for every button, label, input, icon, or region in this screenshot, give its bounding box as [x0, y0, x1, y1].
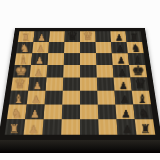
square-h6 [95, 31, 111, 42]
square-e6 [96, 65, 113, 77]
square-g6 [96, 42, 112, 53]
square-g8: ♞ [127, 42, 144, 53]
square-h2: ♟ [33, 31, 49, 42]
square-f4 [64, 53, 80, 65]
square-h5: ♛ [80, 31, 96, 42]
square-f3 [47, 53, 64, 65]
square-b6 [98, 105, 117, 120]
chessboard-frame: ♜♟♛♛♟♜♞♟♟♞♝♟♟♝♚♟♟♚♛♟♟♛♝♟♟♝♞♟♟♞♜♟♟♜ [0, 28, 160, 140]
square-a2: ♟ [24, 119, 44, 135]
square-d5 [80, 78, 97, 91]
square-d2: ♟ [28, 78, 46, 91]
square-b3 [43, 105, 62, 120]
square-g3 [48, 42, 64, 53]
board-front-edge [0, 140, 160, 153]
square-e3 [46, 65, 63, 77]
square-c8: ♝ [132, 91, 151, 105]
square-g5 [80, 42, 96, 53]
square-e1: ♚ [13, 65, 31, 77]
square-g2: ♟ [32, 42, 49, 53]
black-pawn: ♟ [116, 44, 124, 53]
square-c1: ♝ [9, 91, 28, 105]
white-knight: ♞ [11, 107, 22, 119]
black-pawn: ♟ [120, 95, 129, 105]
black-knight: ♞ [131, 43, 141, 54]
white-pawn: ♟ [35, 56, 43, 65]
square-c3 [45, 91, 63, 105]
black-queen: ♛ [67, 30, 78, 42]
square-c4 [62, 91, 80, 105]
square-h7: ♟ [110, 31, 126, 42]
white-rook: ♜ [21, 33, 30, 43]
square-a1: ♜ [5, 119, 25, 135]
black-rook: ♜ [130, 33, 139, 43]
square-b1: ♞ [7, 105, 27, 120]
square-f6 [96, 53, 113, 65]
black-king: ♚ [132, 64, 145, 78]
square-e4 [63, 65, 80, 77]
square-e2: ♟ [30, 65, 48, 77]
white-queen: ♛ [14, 78, 26, 92]
square-e8: ♚ [129, 65, 147, 77]
black-knight: ♞ [138, 107, 149, 119]
square-f5 [80, 53, 96, 65]
square-a3 [42, 119, 61, 135]
black-pawn: ♟ [121, 109, 130, 120]
square-f8: ♝ [128, 53, 146, 65]
square-h3 [49, 31, 65, 42]
board-squares: ♜♟♛♛♟♜♞♟♟♞♝♟♟♝♚♟♟♚♛♟♟♛♝♟♟♝♞♟♟♞♜♟♟♜ [5, 31, 156, 135]
square-h8: ♜ [125, 31, 142, 42]
white-knight: ♞ [20, 43, 30, 54]
square-c7: ♟ [115, 91, 134, 105]
square-b5 [80, 105, 98, 120]
square-a6 [98, 119, 117, 135]
square-g4 [64, 42, 80, 53]
white-pawn: ♟ [31, 95, 40, 105]
square-h1: ♜ [18, 31, 35, 42]
square-h4: ♛ [64, 31, 80, 42]
black-pawn: ♟ [118, 68, 127, 78]
square-e7: ♟ [113, 65, 131, 77]
square-d3 [45, 78, 63, 91]
black-queen: ♛ [134, 78, 146, 92]
white-queen: ♛ [82, 30, 93, 42]
square-f1: ♝ [15, 53, 33, 65]
white-bishop: ♝ [13, 93, 24, 105]
square-d1: ♛ [11, 78, 30, 91]
white-pawn: ♟ [34, 68, 43, 78]
square-b2: ♟ [25, 105, 44, 120]
white-king: ♚ [15, 64, 28, 78]
square-g7: ♟ [111, 42, 128, 53]
square-c5 [80, 91, 98, 105]
square-d6 [97, 78, 115, 91]
square-d8: ♛ [130, 78, 149, 91]
white-pawn: ♟ [32, 81, 41, 91]
square-d7: ♟ [114, 78, 132, 91]
square-a7: ♟ [117, 119, 137, 135]
black-bishop: ♝ [136, 93, 147, 105]
black-pawn: ♟ [119, 81, 128, 91]
white-pawn: ♟ [36, 44, 44, 53]
square-d4 [63, 78, 80, 91]
white-pawn: ♟ [28, 124, 38, 135]
black-rook: ♜ [140, 123, 151, 135]
square-a8: ♜ [135, 119, 155, 135]
black-pawn: ♟ [122, 124, 132, 135]
square-g1: ♞ [16, 42, 33, 53]
square-f7: ♟ [112, 53, 129, 65]
black-bishop: ♝ [132, 54, 142, 65]
white-pawn: ♟ [30, 109, 39, 120]
white-bishop: ♝ [18, 54, 28, 65]
square-f2: ♟ [31, 53, 48, 65]
square-a5 [80, 119, 99, 135]
black-pawn: ♟ [117, 56, 125, 65]
square-a4 [61, 119, 80, 135]
white-rook: ♜ [9, 123, 20, 135]
square-b4 [62, 105, 80, 120]
chess-set-photo: ♜♟♛♛♟♜♞♟♟♞♝♟♟♝♚♟♟♚♛♟♟♛♝♟♟♝♞♟♟♞♜♟♟♜ [0, 0, 160, 160]
square-b8: ♞ [133, 105, 153, 120]
square-c2: ♟ [27, 91, 46, 105]
square-c6 [97, 91, 115, 105]
square-e5 [80, 65, 97, 77]
square-b7: ♟ [115, 105, 134, 120]
